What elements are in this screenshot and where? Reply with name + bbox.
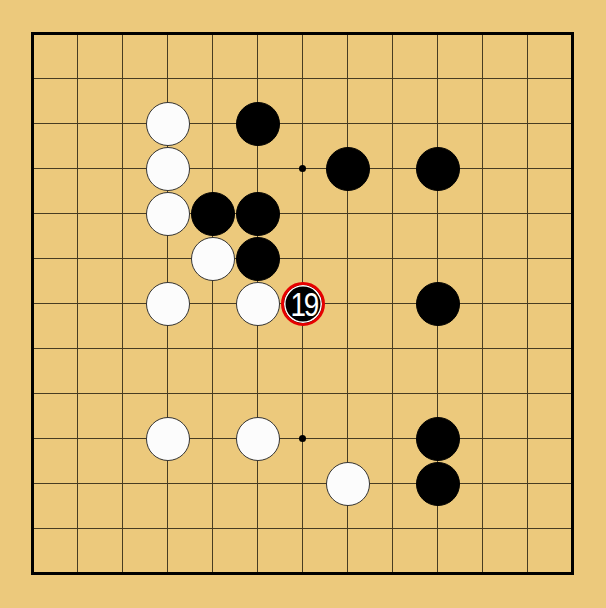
- board-point[interactable]: [10, 416, 55, 461]
- board-point[interactable]: [505, 326, 550, 371]
- board-point[interactable]: [190, 326, 235, 371]
- grid-line-vertical: [302, 236, 303, 281]
- board-point[interactable]: [280, 56, 325, 101]
- board-point[interactable]: [280, 101, 325, 146]
- board-point[interactable]: [100, 506, 145, 551]
- board-point[interactable]: [10, 281, 55, 326]
- grid-line-vertical: [32, 551, 33, 574]
- grid-line-horizontal: [32, 123, 55, 124]
- grid-line-vertical: [392, 371, 393, 416]
- grid-line-vertical: [212, 416, 213, 461]
- grid-line-vertical: [572, 371, 573, 416]
- board-point[interactable]: [325, 146, 370, 191]
- grid-line-vertical: [392, 326, 393, 371]
- grid-line-vertical: [212, 146, 213, 191]
- grid-line-vertical: [32, 416, 33, 461]
- board-point[interactable]: [100, 326, 145, 371]
- board-point[interactable]: [55, 101, 100, 146]
- board-point[interactable]: [100, 281, 145, 326]
- grid-line-horizontal: [32, 78, 55, 79]
- board-point[interactable]: [460, 281, 505, 326]
- board-point[interactable]: [55, 506, 100, 551]
- grid-line-vertical: [572, 461, 573, 506]
- board-point[interactable]: [100, 56, 145, 101]
- board-point[interactable]: [55, 371, 100, 416]
- grid-line-vertical: [212, 56, 213, 101]
- grid-line-horizontal: [550, 348, 573, 349]
- board-point[interactable]: [145, 281, 190, 326]
- board-point[interactable]: [460, 461, 505, 506]
- board-point[interactable]: [415, 326, 460, 371]
- board-point[interactable]: [505, 11, 550, 56]
- grid-line-vertical: [32, 281, 33, 326]
- grid-line-vertical: [482, 461, 483, 506]
- grid-line-vertical: [77, 281, 78, 326]
- board-point[interactable]: [10, 371, 55, 416]
- grid-line-vertical: [347, 101, 348, 146]
- board-point[interactable]: [370, 506, 415, 551]
- board-point[interactable]: [100, 551, 145, 596]
- grid-line-vertical: [32, 461, 33, 506]
- grid-line-horizontal: [550, 303, 573, 304]
- board-point[interactable]: [280, 506, 325, 551]
- grid-line-vertical: [572, 551, 573, 574]
- board-point[interactable]: [10, 236, 55, 281]
- board-point[interactable]: [460, 11, 505, 56]
- board-point[interactable]: [145, 416, 190, 461]
- board-point[interactable]: [550, 101, 595, 146]
- grid-line-vertical: [257, 326, 258, 371]
- board-point[interactable]: [235, 326, 280, 371]
- grid-line-vertical: [32, 33, 33, 56]
- grid-line-vertical: [167, 461, 168, 506]
- grid-line-vertical: [482, 551, 483, 574]
- board-point[interactable]: [325, 506, 370, 551]
- board-point[interactable]: [10, 191, 55, 236]
- grid-line-vertical: [347, 371, 348, 416]
- grid-line-vertical: [347, 416, 348, 461]
- grid-line-vertical: [77, 33, 78, 56]
- grid-line-vertical: [77, 56, 78, 101]
- grid-line-horizontal: [550, 258, 573, 259]
- board-point[interactable]: [235, 101, 280, 146]
- grid-line-vertical: [347, 191, 348, 236]
- board-point[interactable]: [505, 236, 550, 281]
- board-point[interactable]: [550, 551, 595, 596]
- grid-line-vertical: [392, 191, 393, 236]
- board-point[interactable]: [100, 11, 145, 56]
- grid-line-vertical: [32, 326, 33, 371]
- board-point[interactable]: [10, 506, 55, 551]
- board-point[interactable]: [55, 191, 100, 236]
- board-point[interactable]: [280, 461, 325, 506]
- board-point[interactable]: [370, 56, 415, 101]
- grid-line-vertical: [572, 191, 573, 236]
- black-stone: [416, 462, 460, 506]
- grid-line-vertical: [572, 416, 573, 461]
- board-point[interactable]: [550, 461, 595, 506]
- board-point[interactable]: 19: [280, 281, 325, 326]
- board-point[interactable]: [325, 236, 370, 281]
- board-point[interactable]: [235, 281, 280, 326]
- board-point[interactable]: [55, 236, 100, 281]
- grid-line-vertical: [527, 236, 528, 281]
- grid-line-horizontal: [32, 33, 55, 34]
- board-point[interactable]: [190, 101, 235, 146]
- board-point[interactable]: [190, 461, 235, 506]
- white-stone: [191, 237, 235, 281]
- board-point[interactable]: [460, 326, 505, 371]
- board-point[interactable]: [550, 506, 595, 551]
- grid-line-horizontal: [550, 528, 573, 529]
- grid-line-vertical: [482, 101, 483, 146]
- board-point[interactable]: [145, 461, 190, 506]
- grid-line-vertical: [122, 326, 123, 371]
- grid-line-vertical: [167, 551, 168, 574]
- grid-line-vertical: [167, 33, 168, 56]
- grid-line-vertical: [77, 416, 78, 461]
- board-point[interactable]: [505, 146, 550, 191]
- board-point[interactable]: [100, 101, 145, 146]
- board-point[interactable]: [190, 191, 235, 236]
- board-point[interactable]: [55, 461, 100, 506]
- grid-line-vertical: [302, 506, 303, 551]
- board-point[interactable]: [460, 236, 505, 281]
- grid-line-vertical: [392, 236, 393, 281]
- grid-line-vertical: [77, 101, 78, 146]
- black-stone: [326, 147, 370, 191]
- grid-line-vertical: [437, 236, 438, 281]
- grid-line-horizontal: [32, 348, 55, 349]
- board-point[interactable]: [325, 461, 370, 506]
- grid-line-vertical: [77, 506, 78, 551]
- board-point[interactable]: [415, 56, 460, 101]
- board-point[interactable]: [280, 146, 325, 191]
- grid-line-vertical: [212, 33, 213, 56]
- grid-line-vertical: [347, 236, 348, 281]
- grid-line-vertical: [77, 191, 78, 236]
- grid-line-vertical: [482, 371, 483, 416]
- grid-line-vertical: [302, 33, 303, 56]
- board-point[interactable]: [145, 191, 190, 236]
- grid-line-vertical: [392, 101, 393, 146]
- grid-line-vertical: [437, 56, 438, 101]
- board-point[interactable]: [235, 11, 280, 56]
- grid-line-vertical: [257, 506, 258, 551]
- board-point[interactable]: [370, 101, 415, 146]
- black-stone: [236, 102, 280, 146]
- board-point[interactable]: [100, 416, 145, 461]
- white-stone: [146, 192, 190, 236]
- board-point[interactable]: [10, 11, 55, 56]
- white-stone: [146, 417, 190, 461]
- grid-line-vertical: [212, 326, 213, 371]
- black-stone: [236, 192, 280, 236]
- board-point[interactable]: [190, 281, 235, 326]
- board-point[interactable]: [145, 371, 190, 416]
- board-point[interactable]: [55, 11, 100, 56]
- board-point[interactable]: [415, 416, 460, 461]
- board-point[interactable]: [235, 551, 280, 596]
- board-point[interactable]: [460, 56, 505, 101]
- grid-line-vertical: [347, 326, 348, 371]
- grid-line-vertical: [212, 461, 213, 506]
- board-point[interactable]: [145, 506, 190, 551]
- board-point[interactable]: [370, 281, 415, 326]
- board-point[interactable]: [370, 236, 415, 281]
- grid-line-vertical: [32, 236, 33, 281]
- board-point[interactable]: [370, 461, 415, 506]
- board-point[interactable]: [325, 281, 370, 326]
- board-point[interactable]: [325, 191, 370, 236]
- board-point[interactable]: [325, 371, 370, 416]
- board-point[interactable]: [370, 11, 415, 56]
- board-point[interactable]: [460, 371, 505, 416]
- board-point[interactable]: [550, 236, 595, 281]
- board-point[interactable]: [460, 506, 505, 551]
- board-point[interactable]: [415, 191, 460, 236]
- board-point[interactable]: [145, 101, 190, 146]
- board-point[interactable]: [190, 11, 235, 56]
- grid-line-vertical: [527, 191, 528, 236]
- board-point[interactable]: [460, 146, 505, 191]
- board-point[interactable]: [55, 416, 100, 461]
- board-point[interactable]: [10, 326, 55, 371]
- board-point[interactable]: [550, 11, 595, 56]
- board-point[interactable]: [550, 191, 595, 236]
- grid-line-vertical: [257, 146, 258, 191]
- board-point[interactable]: [370, 416, 415, 461]
- grid-line-vertical: [122, 56, 123, 101]
- board-point[interactable]: [415, 506, 460, 551]
- board-point[interactable]: [325, 56, 370, 101]
- white-stone: [146, 282, 190, 326]
- board-point[interactable]: [415, 101, 460, 146]
- grid-line-horizontal: [550, 483, 573, 484]
- board-point[interactable]: [145, 56, 190, 101]
- white-stone: [146, 102, 190, 146]
- board-point[interactable]: [280, 551, 325, 596]
- board-point[interactable]: [325, 101, 370, 146]
- board-point[interactable]: [235, 191, 280, 236]
- board-point[interactable]: [415, 236, 460, 281]
- board-point[interactable]: [460, 191, 505, 236]
- board-point[interactable]: [370, 371, 415, 416]
- board-point[interactable]: [190, 371, 235, 416]
- board-point[interactable]: [325, 326, 370, 371]
- black-stone: [191, 192, 235, 236]
- grid-line-horizontal: [550, 78, 573, 79]
- grid-line-vertical: [122, 236, 123, 281]
- grid-line-horizontal: [32, 168, 55, 169]
- grid-line-vertical: [257, 33, 258, 56]
- board-point[interactable]: [55, 551, 100, 596]
- grid-line-vertical: [212, 506, 213, 551]
- grid-line-horizontal: [32, 483, 55, 484]
- grid-line-vertical: [302, 461, 303, 506]
- board-point[interactable]: [460, 101, 505, 146]
- board-point[interactable]: [280, 371, 325, 416]
- grid-line-horizontal: [550, 213, 573, 214]
- board-point[interactable]: [370, 146, 415, 191]
- grid-line-vertical: [527, 146, 528, 191]
- grid-line-horizontal: [32, 393, 55, 394]
- board-point[interactable]: [235, 371, 280, 416]
- grid-line-vertical: [392, 416, 393, 461]
- grid-line-vertical: [77, 551, 78, 574]
- black-stone: [416, 417, 460, 461]
- grid-line-vertical: [392, 33, 393, 56]
- grid-line-vertical: [167, 326, 168, 371]
- grid-line-vertical: [527, 551, 528, 574]
- board-point[interactable]: [415, 461, 460, 506]
- grid-line-horizontal: [550, 123, 573, 124]
- board-point[interactable]: [55, 281, 100, 326]
- grid-line-vertical: [167, 371, 168, 416]
- grid-line-vertical: [77, 236, 78, 281]
- board-point[interactable]: [370, 191, 415, 236]
- grid-line-vertical: [122, 191, 123, 236]
- board-point[interactable]: [100, 461, 145, 506]
- grid-line-vertical: [302, 416, 303, 461]
- grid-line-vertical: [572, 506, 573, 551]
- board-point[interactable]: [550, 371, 595, 416]
- board-point[interactable]: [10, 56, 55, 101]
- board-point[interactable]: [190, 551, 235, 596]
- grid-line-vertical: [392, 56, 393, 101]
- grid-line-vertical: [122, 416, 123, 461]
- grid-line-vertical: [122, 551, 123, 574]
- board-point[interactable]: [10, 101, 55, 146]
- grid-line-vertical: [257, 461, 258, 506]
- board-point[interactable]: [505, 461, 550, 506]
- board-point[interactable]: [325, 11, 370, 56]
- board-point[interactable]: [505, 551, 550, 596]
- board-point[interactable]: [235, 506, 280, 551]
- board-point[interactable]: [100, 146, 145, 191]
- board-point[interactable]: [190, 56, 235, 101]
- board-point[interactable]: [145, 11, 190, 56]
- grid-line-vertical: [122, 506, 123, 551]
- board-point[interactable]: [145, 551, 190, 596]
- board-point[interactable]: [235, 416, 280, 461]
- board-point[interactable]: [550, 146, 595, 191]
- board-point[interactable]: [325, 416, 370, 461]
- board-point[interactable]: [10, 146, 55, 191]
- white-stone: [146, 147, 190, 191]
- board-point[interactable]: [145, 236, 190, 281]
- board-point[interactable]: [325, 551, 370, 596]
- board-point[interactable]: [235, 56, 280, 101]
- board-point[interactable]: [505, 56, 550, 101]
- go-diagram: 19: [0, 0, 606, 608]
- board-point[interactable]: [550, 326, 595, 371]
- grid-line-vertical: [437, 101, 438, 146]
- board-point[interactable]: [280, 236, 325, 281]
- board-point[interactable]: [550, 281, 595, 326]
- grid-line-vertical: [167, 56, 168, 101]
- board-point[interactable]: [280, 11, 325, 56]
- board-point[interactable]: [415, 371, 460, 416]
- board-point[interactable]: [100, 371, 145, 416]
- go-board: 19: [10, 11, 595, 596]
- black-stone: [416, 147, 460, 191]
- board-point[interactable]: [10, 461, 55, 506]
- grid-line-vertical: [347, 281, 348, 326]
- board-point[interactable]: [280, 416, 325, 461]
- board-point[interactable]: [505, 371, 550, 416]
- board-point[interactable]: [460, 416, 505, 461]
- board-point[interactable]: [100, 236, 145, 281]
- grid-line-vertical: [572, 236, 573, 281]
- grid-line-horizontal: [32, 213, 55, 214]
- board-point[interactable]: [370, 326, 415, 371]
- board-point[interactable]: [190, 506, 235, 551]
- grid-line-vertical: [257, 551, 258, 574]
- grid-line-vertical: [302, 551, 303, 574]
- board-point[interactable]: [100, 191, 145, 236]
- board-point[interactable]: [145, 326, 190, 371]
- board-point[interactable]: [235, 236, 280, 281]
- board-point[interactable]: [280, 326, 325, 371]
- board-point[interactable]: [505, 416, 550, 461]
- grid-line-vertical: [482, 236, 483, 281]
- grid-line-vertical: [482, 506, 483, 551]
- grid-line-vertical: [347, 506, 348, 551]
- grid-line-vertical: [527, 506, 528, 551]
- board-point[interactable]: [415, 146, 460, 191]
- grid-line-vertical: [527, 101, 528, 146]
- board-point[interactable]: [280, 191, 325, 236]
- grid-line-vertical: [302, 56, 303, 101]
- grid-line-vertical: [527, 461, 528, 506]
- board-point[interactable]: [415, 281, 460, 326]
- grid-line-vertical: [527, 33, 528, 56]
- board-point[interactable]: [415, 11, 460, 56]
- board-point[interactable]: [415, 551, 460, 596]
- grid-line-vertical: [437, 551, 438, 574]
- board-point[interactable]: [505, 101, 550, 146]
- board-point[interactable]: [10, 551, 55, 596]
- grid-line-vertical: [167, 506, 168, 551]
- grid-line-horizontal: [550, 438, 573, 439]
- board-point[interactable]: [190, 416, 235, 461]
- board-point[interactable]: [55, 146, 100, 191]
- board-point[interactable]: [505, 191, 550, 236]
- grid-line-horizontal: [550, 33, 573, 34]
- grid-line-vertical: [437, 506, 438, 551]
- board-point[interactable]: [505, 506, 550, 551]
- board-point[interactable]: [55, 326, 100, 371]
- black-stone: [236, 237, 280, 281]
- board-point[interactable]: [505, 281, 550, 326]
- board-point[interactable]: [190, 146, 235, 191]
- board-point[interactable]: [460, 551, 505, 596]
- black-stone: [416, 282, 460, 326]
- grid-line-vertical: [212, 281, 213, 326]
- board-point[interactable]: [235, 461, 280, 506]
- board-point[interactable]: [550, 416, 595, 461]
- grid-line-vertical: [122, 371, 123, 416]
- board-point[interactable]: [55, 56, 100, 101]
- board-point[interactable]: [145, 146, 190, 191]
- board-point[interactable]: [370, 551, 415, 596]
- board-point[interactable]: [190, 236, 235, 281]
- board-point[interactable]: [550, 56, 595, 101]
- black-stone-marked-move: 19: [281, 282, 325, 326]
- grid-line-horizontal: [32, 573, 55, 574]
- board-point[interactable]: [235, 146, 280, 191]
